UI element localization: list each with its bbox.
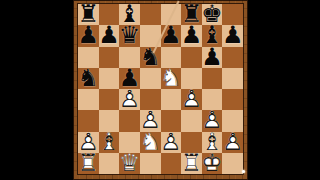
square-d8 [140, 4, 161, 25]
black-knight-icon: ♞ [140, 47, 161, 68]
chess-board: ♜♝♜♚♟♟♛♟♟♝♟♞♟♞♟♞♘♟♙♟♙♟♙♟♙♟♙♝♗♞♘♟♙♝♗♟♙♜♖♛… [78, 4, 243, 174]
black-pawn-icon: ♟ [99, 25, 120, 46]
piece-black-pawn: ♟ [202, 47, 223, 68]
square-h7: ♟ [222, 25, 243, 46]
square-h6 [222, 47, 243, 68]
piece-white-rook: ♜♖ [78, 153, 99, 174]
square-f4: ♟♙ [181, 89, 202, 110]
square-d6: ♞ [140, 47, 161, 68]
square-a4 [78, 89, 99, 110]
white-queen-outline-icon: ♕ [119, 153, 140, 174]
letterbox-left [0, 0, 73, 180]
square-e2: ♟♙ [161, 132, 182, 153]
square-e4 [161, 89, 182, 110]
black-pawn-icon: ♟ [181, 25, 202, 46]
square-b4 [99, 89, 120, 110]
piece-black-queen: ♛ [119, 25, 140, 46]
piece-white-pawn: ♟♙ [119, 89, 140, 110]
piece-black-pawn: ♟ [78, 25, 99, 46]
square-c3 [119, 110, 140, 131]
video-frame: ♜♝♜♚♟♟♛♟♟♝♟♞♟♞♟♞♘♟♙♟♙♟♙♟♙♟♙♝♗♞♘♟♙♝♗♟♙♜♖♛… [0, 0, 320, 180]
white-king-outline-icon: ♔ [202, 153, 223, 174]
square-f3 [181, 110, 202, 131]
piece-white-knight: ♞♘ [161, 68, 182, 89]
square-c4: ♟♙ [119, 89, 140, 110]
square-d5 [140, 68, 161, 89]
white-knight-outline-icon: ♘ [161, 68, 182, 89]
piece-white-pawn: ♟♙ [181, 89, 202, 110]
piece-white-queen: ♛♕ [119, 153, 140, 174]
piece-white-king: ♚♔ [202, 153, 223, 174]
square-c1: ♛♕ [119, 153, 140, 174]
square-d1 [140, 153, 161, 174]
black-queen-icon: ♛ [119, 25, 140, 46]
square-a1: ♜♖ [78, 153, 99, 174]
square-c7: ♛ [119, 25, 140, 46]
square-g1: ♚♔ [202, 153, 223, 174]
square-f7: ♟ [181, 25, 202, 46]
piece-black-pawn: ♟ [99, 25, 120, 46]
square-f6 [181, 47, 202, 68]
piece-white-pawn: ♟♙ [222, 132, 243, 153]
white-bishop-outline-icon: ♗ [99, 132, 120, 153]
square-h1 [222, 153, 243, 174]
square-g5 [202, 68, 223, 89]
white-pawn-outline-icon: ♙ [161, 132, 182, 153]
square-g6: ♟ [202, 47, 223, 68]
piece-black-pawn: ♟ [222, 25, 243, 46]
piece-white-bishop: ♝♗ [99, 132, 120, 153]
square-h2: ♟♙ [222, 132, 243, 153]
black-pawn-icon: ♟ [78, 25, 99, 46]
letterbox-right [248, 0, 320, 180]
piece-white-pawn: ♟♙ [161, 132, 182, 153]
white-pawn-outline-icon: ♙ [119, 89, 140, 110]
watermark-dot [242, 170, 245, 173]
square-a5: ♞ [78, 68, 99, 89]
white-rook-outline-icon: ♖ [181, 153, 202, 174]
piece-black-knight: ♞ [78, 68, 99, 89]
white-pawn-outline-icon: ♙ [181, 89, 202, 110]
square-b1 [99, 153, 120, 174]
square-a7: ♟ [78, 25, 99, 46]
black-pawn-icon: ♟ [222, 25, 243, 46]
square-b7: ♟ [99, 25, 120, 46]
black-pawn-icon: ♟ [202, 47, 223, 68]
black-knight-icon: ♞ [78, 68, 99, 89]
board-frame: ♜♝♜♚♟♟♛♟♟♝♟♞♟♞♟♞♘♟♙♟♙♟♙♟♙♟♙♝♗♞♘♟♙♝♗♟♙♜♖♛… [73, 0, 248, 180]
square-d2: ♞♘ [140, 132, 161, 153]
square-h5 [222, 68, 243, 89]
square-e5: ♞♘ [161, 68, 182, 89]
piece-black-pawn: ♟ [181, 25, 202, 46]
piece-white-rook: ♜♖ [181, 153, 202, 174]
square-b2: ♝♗ [99, 132, 120, 153]
piece-white-knight: ♞♘ [140, 132, 161, 153]
white-knight-outline-icon: ♘ [140, 132, 161, 153]
square-b5 [99, 68, 120, 89]
white-pawn-outline-icon: ♙ [222, 132, 243, 153]
piece-black-knight: ♞ [140, 47, 161, 68]
square-f1: ♜♖ [181, 153, 202, 174]
square-b6 [99, 47, 120, 68]
white-rook-outline-icon: ♖ [78, 153, 99, 174]
square-h4 [222, 89, 243, 110]
square-e1 [161, 153, 182, 174]
